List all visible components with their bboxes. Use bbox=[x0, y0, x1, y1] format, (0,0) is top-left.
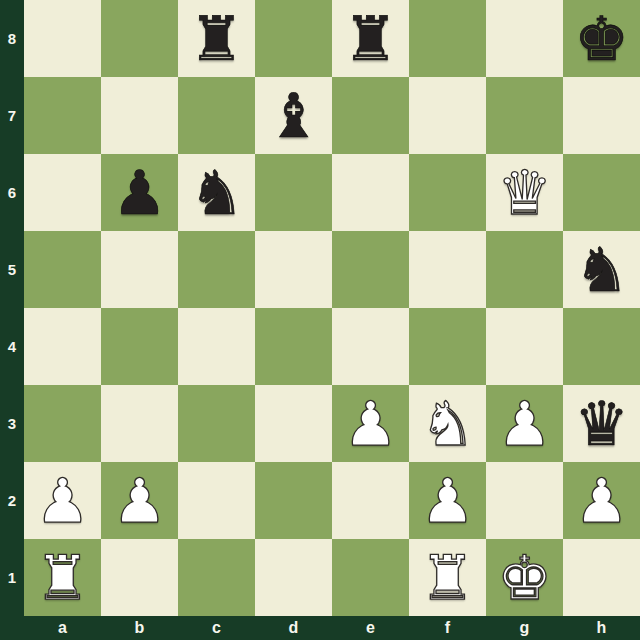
square-a7[interactable] bbox=[24, 77, 101, 154]
square-h5[interactable]: ♞ bbox=[563, 231, 640, 308]
square-e4[interactable] bbox=[332, 308, 409, 385]
board-frame-corner bbox=[0, 616, 24, 640]
square-c5[interactable] bbox=[178, 231, 255, 308]
square-e5[interactable] bbox=[332, 231, 409, 308]
piece-black-queen-h3[interactable]: ♛ bbox=[574, 385, 629, 462]
rank-labels: 87654321 bbox=[0, 0, 24, 616]
file-label-f: f bbox=[409, 616, 486, 640]
square-h2[interactable]: ♟ bbox=[563, 462, 640, 539]
square-d5[interactable] bbox=[255, 231, 332, 308]
piece-white-pawn-e3[interactable]: ♟ bbox=[343, 385, 398, 462]
square-h6[interactable] bbox=[563, 154, 640, 231]
square-d8[interactable] bbox=[255, 0, 332, 77]
rank-label-5: 5 bbox=[0, 231, 24, 308]
square-b3[interactable] bbox=[101, 385, 178, 462]
piece-white-knight-f3[interactable]: ♞ bbox=[420, 385, 475, 462]
square-h7[interactable] bbox=[563, 77, 640, 154]
square-a2[interactable]: ♟ bbox=[24, 462, 101, 539]
square-h3[interactable]: ♛ bbox=[563, 385, 640, 462]
square-d2[interactable] bbox=[255, 462, 332, 539]
square-b5[interactable] bbox=[101, 231, 178, 308]
square-c2[interactable] bbox=[178, 462, 255, 539]
square-e8[interactable]: ♜ bbox=[332, 0, 409, 77]
square-f6[interactable] bbox=[409, 154, 486, 231]
square-e3[interactable]: ♟ bbox=[332, 385, 409, 462]
piece-white-queen-g6[interactable]: ♛ bbox=[497, 154, 552, 231]
file-label-d: d bbox=[255, 616, 332, 640]
piece-white-pawn-g3[interactable]: ♟ bbox=[497, 385, 552, 462]
square-c3[interactable] bbox=[178, 385, 255, 462]
square-d1[interactable] bbox=[255, 539, 332, 616]
square-d4[interactable] bbox=[255, 308, 332, 385]
square-b7[interactable] bbox=[101, 77, 178, 154]
piece-black-bishop-d7[interactable]: ♝ bbox=[266, 77, 321, 154]
piece-white-king-g1[interactable]: ♚ bbox=[497, 539, 552, 616]
square-a3[interactable] bbox=[24, 385, 101, 462]
square-g3[interactable]: ♟ bbox=[486, 385, 563, 462]
square-b1[interactable] bbox=[101, 539, 178, 616]
piece-black-king-h8[interactable]: ♚ bbox=[574, 0, 629, 77]
file-label-h: h bbox=[563, 616, 640, 640]
square-g4[interactable] bbox=[486, 308, 563, 385]
square-f1[interactable]: ♜ bbox=[409, 539, 486, 616]
square-a5[interactable] bbox=[24, 231, 101, 308]
rank-label-7: 7 bbox=[0, 77, 24, 154]
piece-black-knight-c6[interactable]: ♞ bbox=[189, 154, 244, 231]
piece-white-pawn-b2[interactable]: ♟ bbox=[112, 462, 167, 539]
square-b6[interactable]: ♟ bbox=[101, 154, 178, 231]
piece-white-rook-a1[interactable]: ♜ bbox=[35, 539, 90, 616]
square-c1[interactable] bbox=[178, 539, 255, 616]
file-label-g: g bbox=[486, 616, 563, 640]
square-b8[interactable] bbox=[101, 0, 178, 77]
rank-label-2: 2 bbox=[0, 462, 24, 539]
piece-white-pawn-h2[interactable]: ♟ bbox=[574, 462, 629, 539]
file-label-e: e bbox=[332, 616, 409, 640]
square-e1[interactable] bbox=[332, 539, 409, 616]
rank-label-1: 1 bbox=[0, 539, 24, 616]
square-a6[interactable] bbox=[24, 154, 101, 231]
file-label-a: a bbox=[24, 616, 101, 640]
file-label-b: b bbox=[101, 616, 178, 640]
rank-label-8: 8 bbox=[0, 0, 24, 77]
square-g8[interactable] bbox=[486, 0, 563, 77]
piece-black-rook-e8[interactable]: ♜ bbox=[343, 0, 398, 77]
square-d6[interactable] bbox=[255, 154, 332, 231]
square-g2[interactable] bbox=[486, 462, 563, 539]
piece-black-knight-h5[interactable]: ♞ bbox=[574, 231, 629, 308]
square-a8[interactable] bbox=[24, 0, 101, 77]
square-c4[interactable] bbox=[178, 308, 255, 385]
square-c6[interactable]: ♞ bbox=[178, 154, 255, 231]
square-b4[interactable] bbox=[101, 308, 178, 385]
square-e7[interactable] bbox=[332, 77, 409, 154]
square-d7[interactable]: ♝ bbox=[255, 77, 332, 154]
square-g6[interactable]: ♛ bbox=[486, 154, 563, 231]
piece-white-pawn-f2[interactable]: ♟ bbox=[420, 462, 475, 539]
square-c7[interactable] bbox=[178, 77, 255, 154]
square-h8[interactable]: ♚ bbox=[563, 0, 640, 77]
square-c8[interactable]: ♜ bbox=[178, 0, 255, 77]
square-e2[interactable] bbox=[332, 462, 409, 539]
piece-black-pawn-b6[interactable]: ♟ bbox=[112, 154, 167, 231]
square-f4[interactable] bbox=[409, 308, 486, 385]
piece-white-pawn-a2[interactable]: ♟ bbox=[35, 462, 90, 539]
rank-label-3: 3 bbox=[0, 385, 24, 462]
square-g5[interactable] bbox=[486, 231, 563, 308]
board-grid: ♜♜♚♝♟♞♛♞♟♞♟♛♟♟♟♟♜♜♚ bbox=[24, 0, 640, 616]
square-e6[interactable] bbox=[332, 154, 409, 231]
square-f3[interactable]: ♞ bbox=[409, 385, 486, 462]
square-g7[interactable] bbox=[486, 77, 563, 154]
file-labels: abcdefgh bbox=[24, 616, 640, 640]
square-f7[interactable] bbox=[409, 77, 486, 154]
square-b2[interactable]: ♟ bbox=[101, 462, 178, 539]
square-f5[interactable] bbox=[409, 231, 486, 308]
square-h1[interactable] bbox=[563, 539, 640, 616]
square-d3[interactable] bbox=[255, 385, 332, 462]
square-h4[interactable] bbox=[563, 308, 640, 385]
piece-black-rook-c8[interactable]: ♜ bbox=[189, 0, 244, 77]
square-f2[interactable]: ♟ bbox=[409, 462, 486, 539]
chess-board: 87654321 ♜♜♚♝♟♞♛♞♟♞♟♛♟♟♟♟♜♜♚ abcdefgh bbox=[0, 0, 640, 640]
rank-label-6: 6 bbox=[0, 154, 24, 231]
square-g1[interactable]: ♚ bbox=[486, 539, 563, 616]
piece-white-rook-f1[interactable]: ♜ bbox=[420, 539, 475, 616]
square-f8[interactable] bbox=[409, 0, 486, 77]
square-a1[interactable]: ♜ bbox=[24, 539, 101, 616]
file-label-c: c bbox=[178, 616, 255, 640]
square-a4[interactable] bbox=[24, 308, 101, 385]
rank-label-4: 4 bbox=[0, 308, 24, 385]
